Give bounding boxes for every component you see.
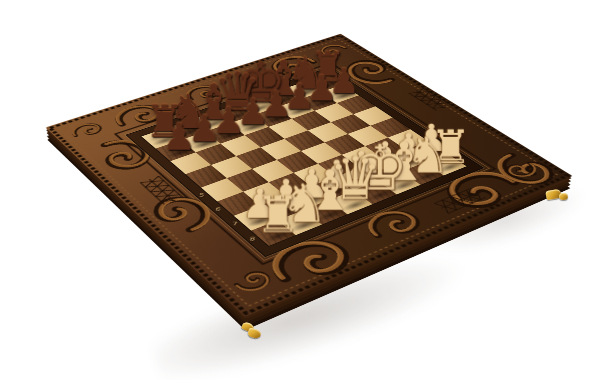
brass-clasp-bottom-corner: [238, 321, 264, 341]
carved-chess-set-photo: 5678 ♜♞♝♛♚♝♞♜♟♟♟♟♟♟♟♟♟♟♟♟♟♟♟♟♜♞♝♛♚♝♞♜: [0, 0, 600, 380]
brass-latch-right-edge: [546, 186, 570, 204]
brass-clasp-part: [247, 327, 262, 339]
chess-board: 5678 ♜♞♝♛♚♝♞♜♟♟♟♟♟♟♟♟♟♟♟♟♟♟♟♟♜♞♝♛♚♝♞♜: [47, 44, 571, 330]
brass-latch-part: [559, 193, 568, 200]
rook-glyph: ♜: [255, 190, 300, 240]
pieces-layer: ♜♞♝♛♚♝♞♜♟♟♟♟♟♟♟♟♟♟♟♟♟♟♟♟♜♞♝♛♚♝♞♜: [45, 34, 572, 317]
pawn-glyph: ♟: [162, 119, 196, 156]
board-top-surface: 5678 ♜♞♝♛♚♝♞♜♟♟♟♟♟♟♟♟♟♟♟♟♟♟♟♟♜♞♝♛♚♝♞♜: [45, 34, 572, 317]
